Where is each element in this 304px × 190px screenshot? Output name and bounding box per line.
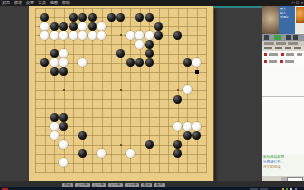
- grid-line-h: [35, 8, 207, 9]
- white-stone: [145, 31, 154, 40]
- panel-toolbar: [262, 34, 304, 41]
- white-stone: [97, 149, 106, 158]
- white-stone: [78, 58, 87, 67]
- last-move-marker: [195, 70, 199, 74]
- star-point: [177, 89, 179, 91]
- tray-icon[interactable]: [286, 188, 288, 190]
- black-stone: [135, 58, 144, 67]
- black-stone: [145, 49, 154, 58]
- white-stone: [59, 140, 68, 149]
- game-info-panel: 黑方白方对局中: [262, 6, 304, 184]
- black-stone: [69, 13, 78, 22]
- black-stone: [192, 131, 201, 140]
- toolbar-button[interactable]: [286, 35, 291, 40]
- white-stone: [40, 31, 49, 40]
- black-stone: [78, 131, 87, 140]
- taskbar-start-icon[interactable]: [2, 188, 8, 190]
- menu-item-0[interactable]: 对局: [2, 0, 10, 6]
- game-list-area[interactable]: [262, 65, 304, 154]
- go-client-window: 对局棋谱设置工具视图帮助 ─□× 黑方白方对局中: [0, 0, 304, 190]
- black-stone: [173, 149, 182, 158]
- grid-line-h: [35, 81, 207, 82]
- go-board[interactable]: [29, 6, 214, 181]
- white-stone: [78, 22, 87, 31]
- toolbar-green-button[interactable]: [274, 35, 281, 40]
- flag-icon: [280, 60, 283, 63]
- black-stone: [40, 58, 49, 67]
- toolbar-button[interactable]: [264, 35, 269, 40]
- black-stone: [173, 95, 182, 104]
- black-stone: [173, 31, 182, 40]
- black-stone: [183, 58, 192, 67]
- white-stone: [50, 122, 59, 131]
- black-stone: [59, 67, 68, 76]
- divider: [262, 96, 304, 97]
- grid-line-h: [35, 172, 207, 173]
- star-point: [120, 89, 122, 91]
- white-stone: [135, 31, 144, 40]
- chat-message-2: 请文明观战: [262, 165, 304, 170]
- black-stone: [88, 22, 97, 31]
- black-stone: [59, 122, 68, 131]
- match-info-box: 黑方白方对局中: [279, 6, 295, 34]
- white-stone: [183, 85, 192, 94]
- star-point: [63, 89, 65, 91]
- black-stone: [78, 149, 87, 158]
- white-stone: [59, 49, 68, 58]
- black-stone: [183, 131, 192, 140]
- black-stone: [145, 58, 154, 67]
- tab[interactable]: [264, 42, 274, 45]
- black-stone: [135, 13, 144, 22]
- tab[interactable]: [288, 42, 298, 45]
- black-stone: [154, 22, 163, 31]
- white-stone: [192, 122, 201, 131]
- black-stone: [40, 13, 49, 22]
- opponent-avatar: [296, 7, 304, 23]
- black-stone: [145, 40, 154, 49]
- black-stone: [145, 140, 154, 149]
- white-stone: [50, 58, 59, 67]
- chat-messages: 欢迎观战本局对局进行中...请文明观战: [262, 154, 304, 176]
- white-stone: [40, 22, 49, 31]
- black-stone: [50, 49, 59, 58]
- white-stone: [192, 58, 201, 67]
- tray-icon[interactable]: [282, 188, 284, 190]
- taskbar-item[interactable]: [250, 188, 258, 190]
- player-avatar-photo: [262, 6, 279, 34]
- black-stone: [50, 67, 59, 76]
- black-stone: [126, 58, 135, 67]
- white-stone: [59, 158, 68, 167]
- white-stone: [59, 31, 68, 40]
- column-header: [264, 47, 272, 49]
- black-stone: [69, 22, 78, 31]
- taskbar: [0, 187, 304, 190]
- black-stone: [107, 13, 116, 22]
- black-stone: [116, 13, 125, 22]
- black-stone: [88, 13, 97, 22]
- menu-item-1[interactable]: 棋谱: [14, 0, 22, 6]
- row-text: [269, 53, 278, 56]
- black-stone: [59, 22, 68, 31]
- white-stone: [135, 40, 144, 49]
- column-header: [275, 47, 282, 49]
- tray-icon[interactable]: [290, 188, 292, 190]
- flag-icon: [264, 53, 267, 56]
- grid-line-h: [35, 44, 207, 45]
- tab[interactable]: [276, 42, 286, 45]
- taskbar-item[interactable]: [260, 188, 268, 190]
- black-stone: [78, 13, 87, 22]
- star-point: [120, 144, 122, 146]
- background-window-edge: [213, 6, 262, 8]
- white-stone: [50, 131, 59, 140]
- white-stone: [59, 58, 68, 67]
- column-header: [285, 47, 291, 49]
- white-stone: [97, 22, 106, 31]
- flag-icon: [281, 53, 284, 56]
- white-stone: [69, 31, 78, 40]
- tray-icon[interactable]: [295, 188, 297, 190]
- black-stone: [59, 113, 68, 122]
- white-stone: [88, 31, 97, 40]
- black-stone: [116, 49, 125, 58]
- white-stone: [126, 31, 135, 40]
- white-stone: [126, 149, 135, 158]
- black-stone: [145, 13, 154, 22]
- grid-line-h: [35, 108, 207, 109]
- row-text: [269, 60, 277, 63]
- toolbar-button[interactable]: [293, 35, 298, 40]
- column-header: [294, 47, 301, 49]
- match-info-line-2: 对局中: [280, 15, 295, 19]
- row-text: [286, 53, 294, 56]
- black-stone: [154, 31, 163, 40]
- white-stone: [97, 31, 106, 40]
- white-stone: [50, 31, 59, 40]
- row-text: [297, 53, 302, 56]
- black-stone: [50, 113, 59, 122]
- white-stone: [183, 122, 192, 131]
- row-text: [285, 60, 294, 63]
- white-stone: [173, 122, 182, 131]
- black-stone: [173, 140, 182, 149]
- black-stone: [50, 22, 59, 31]
- white-stone: [78, 31, 87, 40]
- grid-line-h: [35, 135, 207, 136]
- flag-icon: [264, 60, 267, 63]
